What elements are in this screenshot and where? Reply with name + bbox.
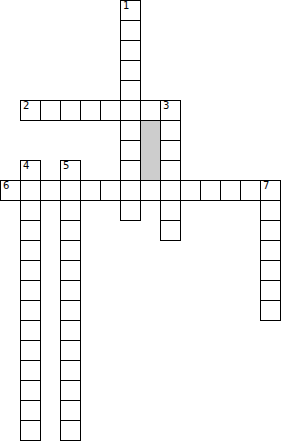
clue-number-7: 7: [263, 181, 269, 191]
cell-r5-c6[interactable]: [120, 100, 141, 121]
cell-r9-c1[interactable]: [20, 180, 41, 201]
cell-r20-c1[interactable]: [20, 400, 41, 421]
cell-r15-c3[interactable]: [60, 300, 81, 321]
cell-r13-c3[interactable]: [60, 260, 81, 281]
cell-r9-c10[interactable]: [200, 180, 221, 201]
cell-r10-c3[interactable]: [60, 200, 81, 221]
cell-r5-c7[interactable]: [140, 100, 161, 121]
cell-r13-c1[interactable]: [20, 260, 41, 281]
clue-number-2: 2: [23, 101, 29, 111]
cell-r9-c7[interactable]: [140, 180, 161, 201]
cell-r11-c1[interactable]: [20, 220, 41, 241]
cell-r8-c1[interactable]: 4: [20, 160, 41, 181]
cell-r21-c1[interactable]: [20, 420, 41, 441]
cell-r11-c13[interactable]: [260, 220, 281, 241]
cell-r15-c1[interactable]: [20, 300, 41, 321]
clue-number-4: 4: [23, 161, 29, 171]
cell-r10-c8[interactable]: [160, 200, 181, 221]
cell-r14-c13[interactable]: [260, 280, 281, 301]
cell-r0-c6[interactable]: 1: [120, 0, 141, 21]
cell-r9-c4[interactable]: [80, 180, 101, 201]
cell-r8-c3[interactable]: 5: [60, 160, 81, 181]
cell-r9-c0[interactable]: 6: [0, 180, 21, 201]
cell-r21-c3[interactable]: [60, 420, 81, 441]
cell-r3-c6[interactable]: [120, 60, 141, 81]
cell-r8-c6[interactable]: [120, 160, 141, 181]
cell-r5-c3[interactable]: [60, 100, 81, 121]
cell-r9-c3[interactable]: [60, 180, 81, 201]
cell-r11-c3[interactable]: [60, 220, 81, 241]
cell-r17-c1[interactable]: [20, 340, 41, 361]
cell-r10-c13[interactable]: [260, 200, 281, 221]
cell-r9-c12[interactable]: [240, 180, 261, 201]
cell-r5-c8[interactable]: 3: [160, 100, 181, 121]
clue-number-6: 6: [3, 181, 9, 191]
cell-r9-c8[interactable]: [160, 180, 181, 201]
cell-r6-c8[interactable]: [160, 120, 181, 141]
cell-r19-c1[interactable]: [20, 380, 41, 401]
crossword-board: 1234567: [0, 0, 281, 441]
cell-r18-c1[interactable]: [20, 360, 41, 381]
cell-r19-c3[interactable]: [60, 380, 81, 401]
cell-r5-c5[interactable]: [100, 100, 121, 121]
cell-r2-c6[interactable]: [120, 40, 141, 61]
cell-r16-c1[interactable]: [20, 320, 41, 341]
clue-number-1: 1: [123, 1, 129, 11]
clue-number-3: 3: [163, 101, 169, 111]
cell-r1-c6[interactable]: [120, 20, 141, 41]
cell-r7-c8[interactable]: [160, 140, 181, 161]
cell-r9-c11[interactable]: [220, 180, 241, 201]
cell-r5-c2[interactable]: [40, 100, 61, 121]
cell-r17-c3[interactable]: [60, 340, 81, 361]
cell-r10-c6[interactable]: [120, 200, 141, 221]
cell-r9-c13[interactable]: 7: [260, 180, 281, 201]
cell-r14-c1[interactable]: [20, 280, 41, 301]
cell-r20-c3[interactable]: [60, 400, 81, 421]
cell-r9-c5[interactable]: [100, 180, 121, 201]
cell-r10-c1[interactable]: [20, 200, 41, 221]
cell-r14-c3[interactable]: [60, 280, 81, 301]
cell-r13-c13[interactable]: [260, 260, 281, 281]
cell-r16-c3[interactable]: [60, 320, 81, 341]
cell-r5-c1[interactable]: 2: [20, 100, 41, 121]
cell-r9-c2[interactable]: [40, 180, 61, 201]
shaded-block: [140, 120, 161, 181]
clue-number-5: 5: [63, 161, 69, 171]
cell-r7-c6[interactable]: [120, 140, 141, 161]
cell-r15-c13[interactable]: [260, 300, 281, 321]
cell-r12-c1[interactable]: [20, 240, 41, 261]
cell-r4-c6[interactable]: [120, 80, 141, 101]
cell-r8-c8[interactable]: [160, 160, 181, 181]
cell-r18-c3[interactable]: [60, 360, 81, 381]
cell-r6-c6[interactable]: [120, 120, 141, 141]
cell-r9-c9[interactable]: [180, 180, 201, 201]
cell-r11-c8[interactable]: [160, 220, 181, 241]
cell-r9-c6[interactable]: [120, 180, 141, 201]
cell-r12-c3[interactable]: [60, 240, 81, 261]
cell-r5-c4[interactable]: [80, 100, 101, 121]
cell-r12-c13[interactable]: [260, 240, 281, 261]
